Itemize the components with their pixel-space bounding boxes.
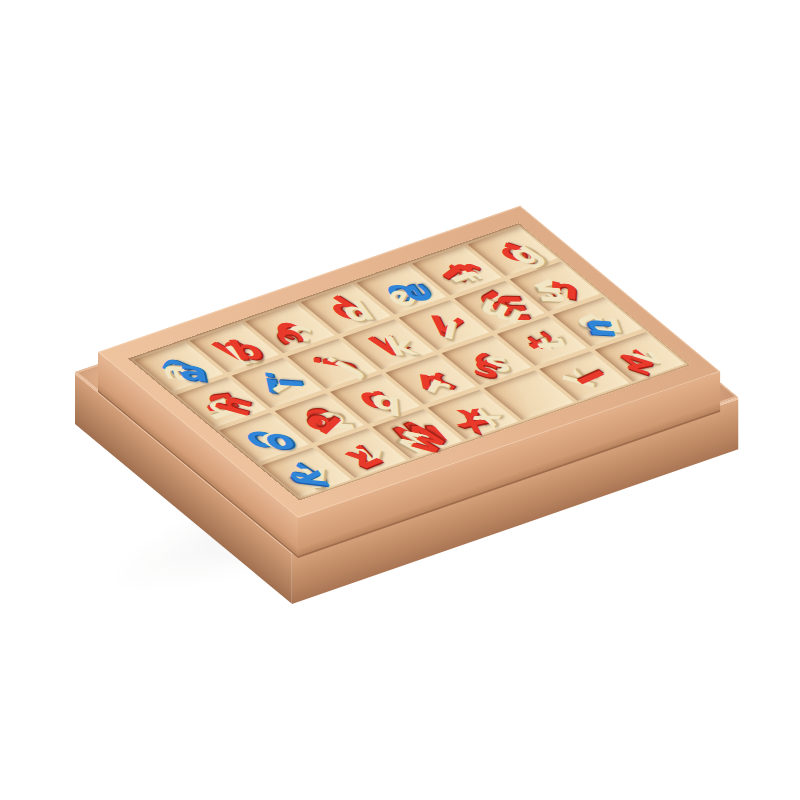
letter-tile-s-red[interactable]: s [471,353,502,384]
letter-tile-e-blue[interactable]: e [389,282,440,304]
letter-tile-w-red[interactable]: w [399,423,453,459]
letter-tile-u-blue[interactable]: u [581,317,629,338]
letter-tile-a-blue[interactable]: a [176,357,210,386]
letter-tile-g-cream[interactable]: g [499,238,549,269]
product-photo-scene: aaabbbcccddeeefffgghhhiiijjkklllmmmnnnoo… [0,0,800,800]
letter-tile-q-cream[interactable]: q [371,387,402,416]
letter-tile-t-cream[interactable]: t [529,337,574,351]
letter-tile-n-cream[interactable]: n [531,284,577,304]
